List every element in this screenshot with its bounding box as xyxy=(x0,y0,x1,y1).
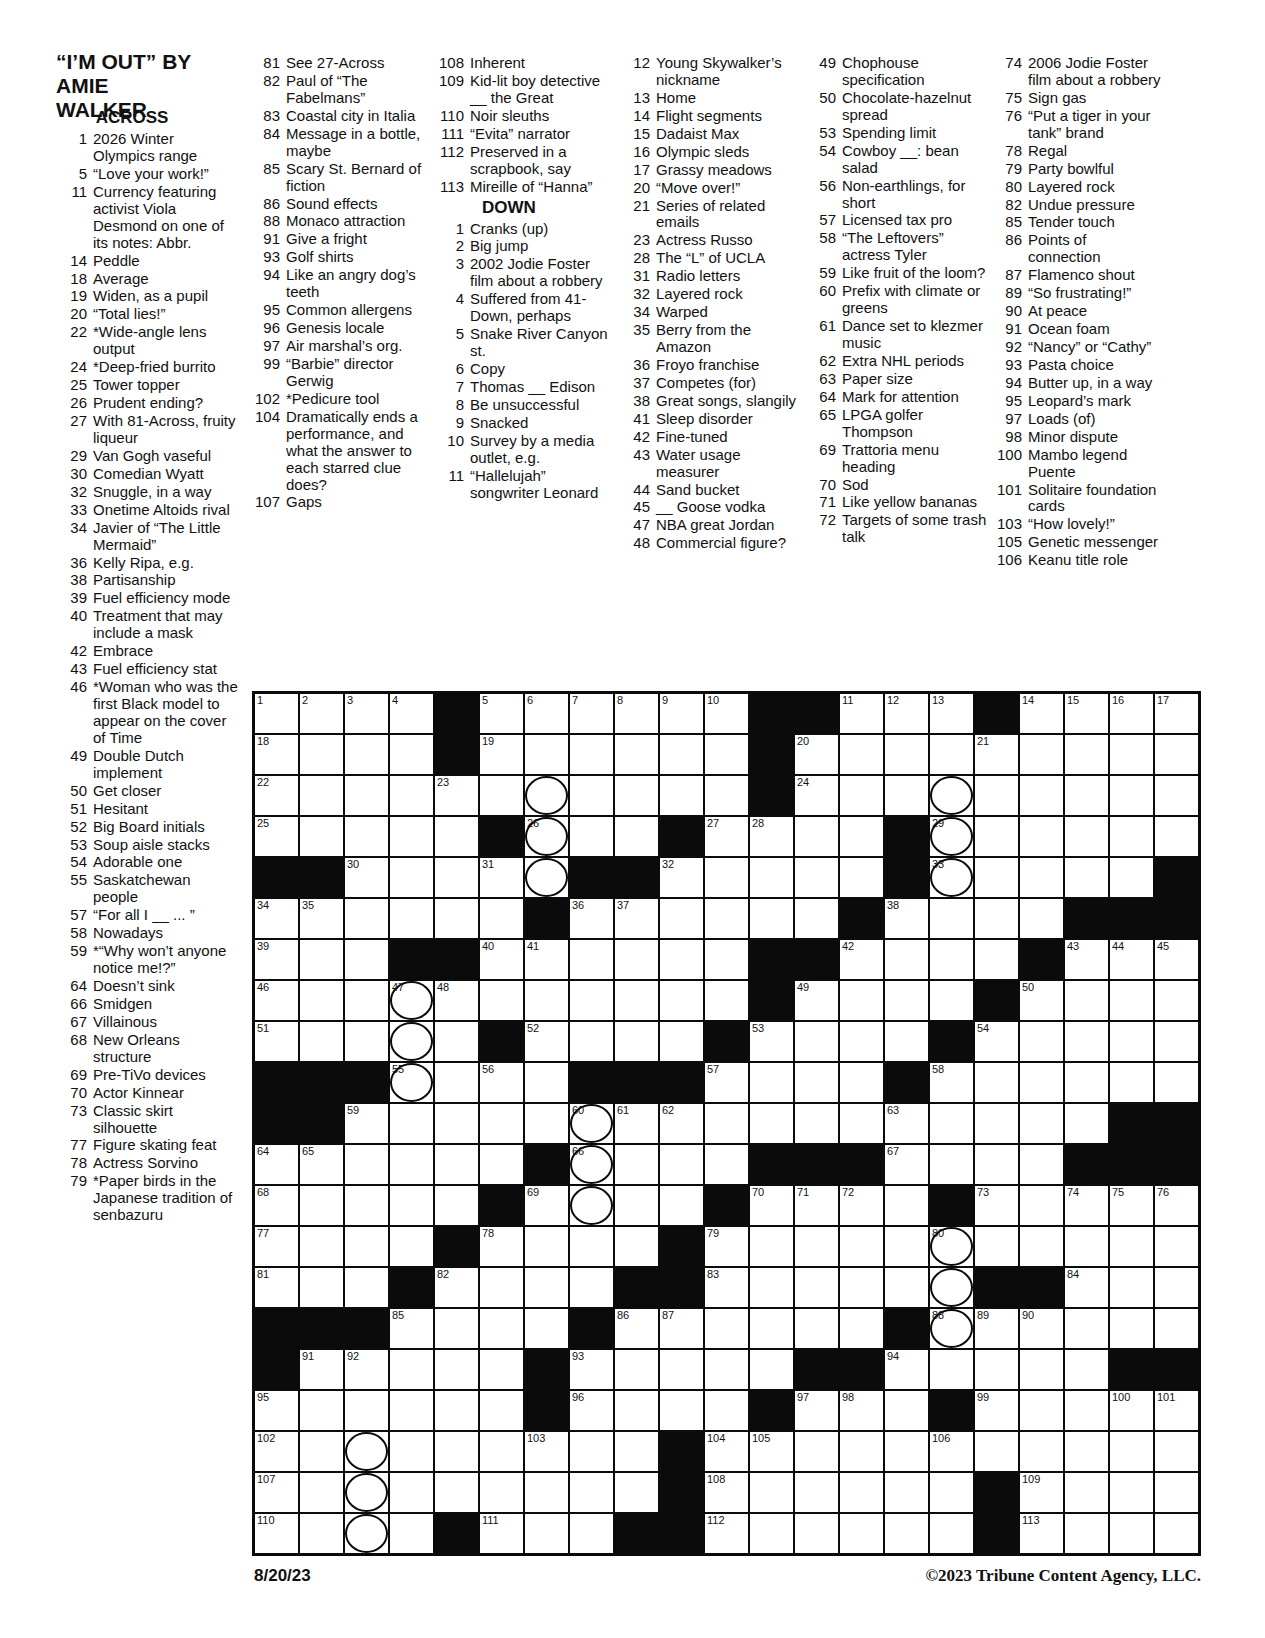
grid-cell[interactable] xyxy=(345,899,388,938)
grid-cell[interactable] xyxy=(975,1432,1018,1471)
grid-cell[interactable]: 77 xyxy=(255,1227,298,1266)
grid-cell[interactable] xyxy=(1155,735,1198,774)
grid-cell[interactable]: 102 xyxy=(255,1432,298,1471)
grid-cell[interactable] xyxy=(1110,1432,1153,1471)
grid-cell[interactable]: 32 xyxy=(660,858,703,897)
grid-cell[interactable]: 88 xyxy=(930,1309,973,1348)
grid-cell[interactable] xyxy=(1155,1514,1198,1553)
grid-cell[interactable]: 36 xyxy=(570,899,613,938)
grid-cell[interactable] xyxy=(840,981,883,1020)
grid-cell[interactable] xyxy=(1065,1432,1108,1471)
grid-cell[interactable]: 38 xyxy=(885,899,928,938)
grid-cell[interactable] xyxy=(1065,1104,1108,1143)
grid-cell[interactable] xyxy=(930,1473,973,1512)
grid-cell[interactable] xyxy=(390,899,433,938)
grid-cell[interactable] xyxy=(1065,1022,1108,1061)
grid-cell[interactable]: 80 xyxy=(930,1227,973,1266)
grid-cell[interactable] xyxy=(885,1391,928,1430)
grid-cell[interactable] xyxy=(1155,1022,1198,1061)
grid-cell[interactable]: 24 xyxy=(795,776,838,815)
grid-cell[interactable] xyxy=(345,1268,388,1307)
grid-cell[interactable] xyxy=(840,1514,883,1553)
grid-cell[interactable] xyxy=(705,858,748,897)
grid-cell[interactable] xyxy=(345,940,388,979)
grid-cell[interactable] xyxy=(840,776,883,815)
grid-cell[interactable] xyxy=(570,1022,613,1061)
grid-cell[interactable] xyxy=(345,1227,388,1266)
grid-cell[interactable] xyxy=(570,817,613,856)
grid-cell[interactable]: 112 xyxy=(705,1514,748,1553)
grid-cell[interactable] xyxy=(705,899,748,938)
grid-cell[interactable] xyxy=(705,1309,748,1348)
grid-cell[interactable] xyxy=(1155,981,1198,1020)
grid-cell[interactable] xyxy=(1020,1022,1063,1061)
grid-cell[interactable]: 58 xyxy=(930,1063,973,1102)
grid-cell[interactable]: 55 xyxy=(390,1063,433,1102)
grid-cell[interactable] xyxy=(345,1432,388,1471)
grid-cell[interactable] xyxy=(750,1350,793,1389)
grid-cell[interactable] xyxy=(885,1514,928,1553)
grid-cell[interactable] xyxy=(615,1145,658,1184)
grid-cell[interactable] xyxy=(1020,776,1063,815)
grid-cell[interactable] xyxy=(525,1514,568,1553)
grid-cell[interactable]: 83 xyxy=(705,1268,748,1307)
grid-cell[interactable] xyxy=(345,1022,388,1061)
grid-cell[interactable]: 61 xyxy=(615,1104,658,1143)
grid-cell[interactable] xyxy=(1020,1350,1063,1389)
grid-cell[interactable] xyxy=(840,858,883,897)
grid-cell[interactable] xyxy=(615,735,658,774)
grid-cell[interactable] xyxy=(480,1104,523,1143)
grid-cell[interactable]: 12 xyxy=(885,694,928,733)
grid-cell[interactable]: 33 xyxy=(930,858,973,897)
grid-cell[interactable] xyxy=(300,1514,343,1553)
grid-cell[interactable] xyxy=(570,1186,613,1225)
grid-cell[interactable] xyxy=(615,940,658,979)
grid-cell[interactable] xyxy=(1155,1473,1198,1512)
grid-cell[interactable] xyxy=(480,981,523,1020)
grid-cell[interactable] xyxy=(1065,776,1108,815)
grid-cell[interactable] xyxy=(345,735,388,774)
grid-cell[interactable] xyxy=(300,817,343,856)
grid-cell[interactable] xyxy=(525,776,568,815)
grid-cell[interactable] xyxy=(345,776,388,815)
grid-cell[interactable] xyxy=(570,1432,613,1471)
grid-cell[interactable]: 97 xyxy=(795,1391,838,1430)
grid-cell[interactable] xyxy=(390,1432,433,1471)
grid-cell[interactable]: 93 xyxy=(570,1350,613,1389)
grid-cell[interactable]: 109 xyxy=(1020,1473,1063,1512)
grid-cell[interactable] xyxy=(1110,1022,1153,1061)
grid-cell[interactable]: 25 xyxy=(255,817,298,856)
grid-cell[interactable]: 31 xyxy=(480,858,523,897)
grid-cell[interactable]: 72 xyxy=(840,1186,883,1225)
grid-cell[interactable]: 6 xyxy=(525,694,568,733)
grid-cell[interactable] xyxy=(390,1186,433,1225)
grid-cell[interactable]: 39 xyxy=(255,940,298,979)
grid-cell[interactable]: 69 xyxy=(525,1186,568,1225)
grid-cell[interactable]: 57 xyxy=(705,1063,748,1102)
grid-cell[interactable] xyxy=(660,899,703,938)
grid-cell[interactable] xyxy=(480,776,523,815)
grid-cell[interactable] xyxy=(750,1227,793,1266)
grid-cell[interactable] xyxy=(795,817,838,856)
grid-cell[interactable]: 50 xyxy=(1020,981,1063,1020)
grid-cell[interactable] xyxy=(885,1473,928,1512)
grid-cell[interactable]: 52 xyxy=(525,1022,568,1061)
grid-cell[interactable]: 29 xyxy=(930,817,973,856)
grid-cell[interactable] xyxy=(525,1104,568,1143)
grid-cell[interactable]: 46 xyxy=(255,981,298,1020)
grid-cell[interactable] xyxy=(345,981,388,1020)
grid-cell[interactable]: 101 xyxy=(1155,1391,1198,1430)
grid-cell[interactable] xyxy=(975,940,1018,979)
grid-cell[interactable] xyxy=(795,1104,838,1143)
grid-cell[interactable] xyxy=(1065,981,1108,1020)
grid-cell[interactable] xyxy=(300,1432,343,1471)
grid-cell[interactable] xyxy=(615,1350,658,1389)
grid-cell[interactable] xyxy=(300,1227,343,1266)
grid-cell[interactable] xyxy=(615,1432,658,1471)
grid-cell[interactable] xyxy=(435,1309,478,1348)
grid-cell[interactable] xyxy=(795,858,838,897)
grid-cell[interactable] xyxy=(300,940,343,979)
grid-cell[interactable] xyxy=(1110,1227,1153,1266)
grid-cell[interactable] xyxy=(435,1186,478,1225)
grid-cell[interactable] xyxy=(705,1104,748,1143)
grid-cell[interactable]: 23 xyxy=(435,776,478,815)
grid-cell[interactable] xyxy=(1110,981,1153,1020)
grid-cell[interactable] xyxy=(930,1145,973,1184)
grid-cell[interactable] xyxy=(390,817,433,856)
grid-cell[interactable] xyxy=(570,1268,613,1307)
grid-cell[interactable]: 51 xyxy=(255,1022,298,1061)
grid-cell[interactable] xyxy=(1020,1063,1063,1102)
grid-cell[interactable]: 104 xyxy=(705,1432,748,1471)
grid-cell[interactable] xyxy=(390,1227,433,1266)
grid-cell[interactable] xyxy=(1065,1391,1108,1430)
grid-cell[interactable] xyxy=(525,1227,568,1266)
grid-cell[interactable] xyxy=(615,981,658,1020)
grid-cell[interactable]: 71 xyxy=(795,1186,838,1225)
grid-cell[interactable] xyxy=(975,1227,1018,1266)
grid-cell[interactable] xyxy=(1110,1473,1153,1512)
grid-cell[interactable] xyxy=(1155,1309,1198,1348)
grid-cell[interactable]: 42 xyxy=(840,940,883,979)
grid-cell[interactable]: 54 xyxy=(975,1022,1018,1061)
grid-cell[interactable] xyxy=(750,858,793,897)
grid-cell[interactable] xyxy=(435,858,478,897)
grid-cell[interactable]: 14 xyxy=(1020,694,1063,733)
grid-cell[interactable]: 17 xyxy=(1155,694,1198,733)
grid-cell[interactable]: 82 xyxy=(435,1268,478,1307)
grid-cell[interactable]: 34 xyxy=(255,899,298,938)
grid-cell[interactable] xyxy=(1155,1432,1198,1471)
grid-cell[interactable] xyxy=(885,1268,928,1307)
grid-cell[interactable] xyxy=(975,1104,1018,1143)
grid-cell[interactable]: 26 xyxy=(525,817,568,856)
grid-cell[interactable]: 44 xyxy=(1110,940,1153,979)
grid-cell[interactable] xyxy=(750,1514,793,1553)
grid-cell[interactable]: 19 xyxy=(480,735,523,774)
grid-cell[interactable]: 49 xyxy=(795,981,838,1020)
grid-cell[interactable] xyxy=(795,1473,838,1512)
grid-cell[interactable] xyxy=(390,1104,433,1143)
grid-cell[interactable]: 67 xyxy=(885,1145,928,1184)
grid-cell[interactable] xyxy=(840,1022,883,1061)
grid-cell[interactable] xyxy=(930,981,973,1020)
grid-cell[interactable]: 96 xyxy=(570,1391,613,1430)
grid-cell[interactable]: 79 xyxy=(705,1227,748,1266)
grid-cell[interactable] xyxy=(885,1227,928,1266)
grid-cell[interactable] xyxy=(1110,1268,1153,1307)
grid-cell[interactable] xyxy=(660,1022,703,1061)
grid-cell[interactable] xyxy=(930,1104,973,1143)
grid-cell[interactable]: 66 xyxy=(570,1145,613,1184)
grid-cell[interactable] xyxy=(975,817,1018,856)
grid-cell[interactable] xyxy=(1020,1186,1063,1225)
grid-cell[interactable]: 73 xyxy=(975,1186,1018,1225)
grid-cell[interactable] xyxy=(570,1473,613,1512)
grid-cell[interactable] xyxy=(660,940,703,979)
grid-cell[interactable] xyxy=(570,981,613,1020)
grid-cell[interactable] xyxy=(930,940,973,979)
grid-cell[interactable]: 8 xyxy=(615,694,658,733)
grid-cell[interactable] xyxy=(1020,1391,1063,1430)
grid-cell[interactable]: 78 xyxy=(480,1227,523,1266)
grid-cell[interactable] xyxy=(840,1104,883,1143)
grid-cell[interactable] xyxy=(300,1186,343,1225)
grid-cell[interactable] xyxy=(345,1186,388,1225)
grid-cell[interactable] xyxy=(300,1473,343,1512)
grid-cell[interactable]: 45 xyxy=(1155,940,1198,979)
grid-cell[interactable]: 48 xyxy=(435,981,478,1020)
grid-cell[interactable]: 60 xyxy=(570,1104,613,1143)
grid-cell[interactable]: 99 xyxy=(975,1391,1018,1430)
grid-cell[interactable] xyxy=(390,1391,433,1430)
grid-cell[interactable] xyxy=(615,1186,658,1225)
grid-cell[interactable]: 84 xyxy=(1065,1268,1108,1307)
grid-cell[interactable] xyxy=(615,1473,658,1512)
grid-cell[interactable]: 92 xyxy=(345,1350,388,1389)
grid-cell[interactable]: 1 xyxy=(255,694,298,733)
grid-cell[interactable] xyxy=(390,1473,433,1512)
grid-cell[interactable] xyxy=(345,1145,388,1184)
grid-cell[interactable] xyxy=(750,899,793,938)
grid-cell[interactable]: 68 xyxy=(255,1186,298,1225)
grid-cell[interactable]: 4 xyxy=(390,694,433,733)
grid-cell[interactable] xyxy=(345,817,388,856)
grid-cell[interactable]: 30 xyxy=(345,858,388,897)
grid-cell[interactable] xyxy=(1065,1514,1108,1553)
grid-cell[interactable]: 21 xyxy=(975,735,1018,774)
grid-cell[interactable]: 43 xyxy=(1065,940,1108,979)
grid-cell[interactable] xyxy=(660,1350,703,1389)
grid-cell[interactable]: 103 xyxy=(525,1432,568,1471)
grid-cell[interactable] xyxy=(390,1514,433,1553)
grid-cell[interactable]: 100 xyxy=(1110,1391,1153,1430)
grid-cell[interactable] xyxy=(975,1350,1018,1389)
grid-cell[interactable] xyxy=(1065,1350,1108,1389)
grid-cell[interactable] xyxy=(1155,1063,1198,1102)
grid-cell[interactable] xyxy=(480,1309,523,1348)
grid-cell[interactable] xyxy=(1110,1309,1153,1348)
grid-cell[interactable]: 89 xyxy=(975,1309,1018,1348)
grid-cell[interactable] xyxy=(750,1063,793,1102)
grid-cell[interactable] xyxy=(1110,1063,1153,1102)
grid-cell[interactable] xyxy=(795,1309,838,1348)
grid-cell[interactable] xyxy=(525,1268,568,1307)
grid-cell[interactable] xyxy=(300,981,343,1020)
grid-cell[interactable] xyxy=(1020,1432,1063,1471)
grid-cell[interactable] xyxy=(840,1268,883,1307)
grid-cell[interactable] xyxy=(435,1063,478,1102)
grid-cell[interactable] xyxy=(930,1514,973,1553)
grid-cell[interactable]: 53 xyxy=(750,1022,793,1061)
grid-cell[interactable] xyxy=(390,1350,433,1389)
grid-cell[interactable] xyxy=(1065,1309,1108,1348)
grid-cell[interactable] xyxy=(615,776,658,815)
grid-cell[interactable] xyxy=(525,858,568,897)
grid-cell[interactable] xyxy=(1155,1268,1198,1307)
grid-cell[interactable] xyxy=(525,981,568,1020)
grid-cell[interactable] xyxy=(1110,735,1153,774)
grid-cell[interactable]: 11 xyxy=(840,694,883,733)
grid-cell[interactable] xyxy=(1065,1227,1108,1266)
grid-cell[interactable]: 110 xyxy=(255,1514,298,1553)
grid-cell[interactable]: 94 xyxy=(885,1350,928,1389)
grid-cell[interactable] xyxy=(435,1391,478,1430)
grid-cell[interactable]: 56 xyxy=(480,1063,523,1102)
grid-cell[interactable] xyxy=(570,1227,613,1266)
grid-cell[interactable]: 2 xyxy=(300,694,343,733)
grid-cell[interactable]: 37 xyxy=(615,899,658,938)
grid-cell[interactable] xyxy=(480,1391,523,1430)
grid-cell[interactable] xyxy=(975,1063,1018,1102)
grid-cell[interactable]: 9 xyxy=(660,694,703,733)
grid-cell[interactable] xyxy=(390,735,433,774)
grid-cell[interactable] xyxy=(300,1391,343,1430)
grid-cell[interactable]: 108 xyxy=(705,1473,748,1512)
grid-cell[interactable] xyxy=(840,1473,883,1512)
grid-cell[interactable] xyxy=(615,817,658,856)
grid-cell[interactable] xyxy=(480,1432,523,1471)
grid-cell[interactable] xyxy=(1020,858,1063,897)
grid-cell[interactable] xyxy=(390,1022,433,1061)
grid-cell[interactable] xyxy=(885,1186,928,1225)
grid-cell[interactable] xyxy=(300,1022,343,1061)
grid-cell[interactable] xyxy=(885,1022,928,1061)
grid-cell[interactable]: 76 xyxy=(1155,1186,1198,1225)
grid-cell[interactable]: 85 xyxy=(390,1309,433,1348)
grid-cell[interactable]: 18 xyxy=(255,735,298,774)
grid-cell[interactable] xyxy=(795,1063,838,1102)
grid-cell[interactable] xyxy=(570,776,613,815)
grid-cell[interactable] xyxy=(615,1391,658,1430)
grid-cell[interactable] xyxy=(435,1145,478,1184)
grid-cell[interactable]: 75 xyxy=(1110,1186,1153,1225)
grid-cell[interactable] xyxy=(975,776,1018,815)
grid-cell[interactable] xyxy=(750,1104,793,1143)
grid-cell[interactable] xyxy=(1020,1145,1063,1184)
grid-cell[interactable] xyxy=(390,858,433,897)
grid-cell[interactable]: 47 xyxy=(390,981,433,1020)
grid-cell[interactable]: 91 xyxy=(300,1350,343,1389)
grid-cell[interactable] xyxy=(1155,817,1198,856)
grid-cell[interactable] xyxy=(930,899,973,938)
grid-cell[interactable] xyxy=(480,1268,523,1307)
grid-cell[interactable]: 20 xyxy=(795,735,838,774)
grid-cell[interactable]: 95 xyxy=(255,1391,298,1430)
grid-cell[interactable] xyxy=(660,1145,703,1184)
grid-cell[interactable] xyxy=(480,1350,523,1389)
grid-cell[interactable] xyxy=(840,1432,883,1471)
grid-cell[interactable] xyxy=(1020,1227,1063,1266)
grid-cell[interactable] xyxy=(840,1063,883,1102)
grid-cell[interactable] xyxy=(930,1350,973,1389)
grid-cell[interactable]: 13 xyxy=(930,694,973,733)
grid-cell[interactable]: 10 xyxy=(705,694,748,733)
grid-cell[interactable] xyxy=(1065,1063,1108,1102)
grid-cell[interactable]: 105 xyxy=(750,1432,793,1471)
grid-cell[interactable] xyxy=(390,1145,433,1184)
grid-cell[interactable] xyxy=(705,1145,748,1184)
grid-cell[interactable]: 40 xyxy=(480,940,523,979)
grid-cell[interactable] xyxy=(660,1186,703,1225)
grid-cell[interactable] xyxy=(435,1104,478,1143)
grid-cell[interactable] xyxy=(930,1268,973,1307)
grid-cell[interactable] xyxy=(435,899,478,938)
grid-cell[interactable] xyxy=(435,1022,478,1061)
grid-cell[interactable]: 15 xyxy=(1065,694,1108,733)
grid-cell[interactable]: 70 xyxy=(750,1186,793,1225)
grid-cell[interactable] xyxy=(930,735,973,774)
grid-cell[interactable]: 74 xyxy=(1065,1186,1108,1225)
grid-cell[interactable]: 90 xyxy=(1020,1309,1063,1348)
grid-cell[interactable]: 63 xyxy=(885,1104,928,1143)
grid-cell[interactable] xyxy=(1065,735,1108,774)
grid-cell[interactable] xyxy=(660,1391,703,1430)
grid-cell[interactable]: 59 xyxy=(345,1104,388,1143)
grid-cell[interactable]: 3 xyxy=(345,694,388,733)
grid-cell[interactable] xyxy=(840,817,883,856)
grid-cell[interactable] xyxy=(1110,776,1153,815)
grid-cell[interactable] xyxy=(975,858,1018,897)
grid-cell[interactable] xyxy=(435,1432,478,1471)
grid-cell[interactable] xyxy=(300,776,343,815)
grid-cell[interactable]: 28 xyxy=(750,817,793,856)
grid-cell[interactable] xyxy=(705,735,748,774)
grid-cell[interactable] xyxy=(705,981,748,1020)
grid-cell[interactable] xyxy=(615,1022,658,1061)
grid-cell[interactable] xyxy=(345,1514,388,1553)
grid-cell[interactable] xyxy=(885,940,928,979)
grid-cell[interactable] xyxy=(705,1391,748,1430)
grid-cell[interactable] xyxy=(795,1268,838,1307)
grid-cell[interactable]: 113 xyxy=(1020,1514,1063,1553)
grid-cell[interactable]: 86 xyxy=(615,1309,658,1348)
grid-cell[interactable]: 64 xyxy=(255,1145,298,1184)
grid-cell[interactable] xyxy=(885,1432,928,1471)
grid-cell[interactable]: 22 xyxy=(255,776,298,815)
grid-cell[interactable] xyxy=(1110,1514,1153,1553)
grid-cell[interactable] xyxy=(525,1309,568,1348)
grid-cell[interactable] xyxy=(660,776,703,815)
grid-cell[interactable]: 98 xyxy=(840,1391,883,1430)
grid-cell[interactable] xyxy=(795,1514,838,1553)
grid-cell[interactable] xyxy=(570,1514,613,1553)
grid-cell[interactable]: 5 xyxy=(480,694,523,733)
